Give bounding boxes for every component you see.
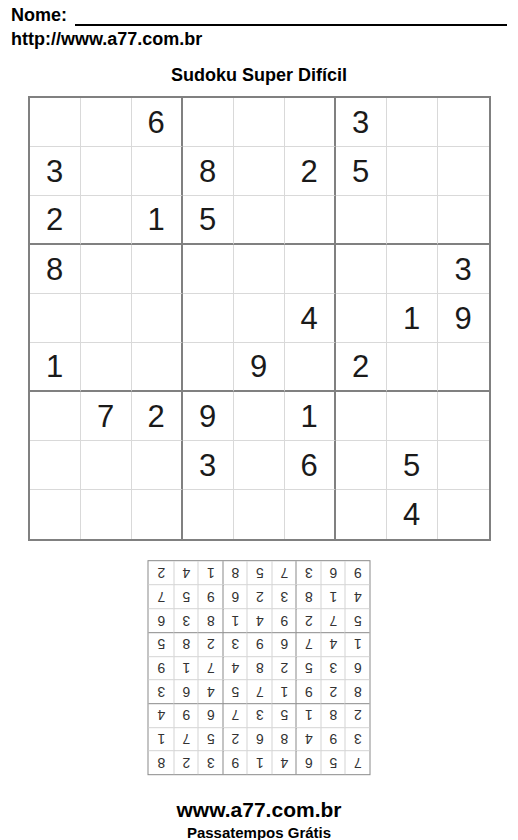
sudoku-cell-r8c9[interactable] bbox=[438, 441, 489, 490]
sudoku-cell-r4c9[interactable]: 3 bbox=[438, 245, 489, 294]
solution-cell-r8c6: 6 bbox=[222, 585, 247, 609]
sudoku-cell-r4c1[interactable]: 8 bbox=[30, 245, 81, 294]
sudoku-cell-r8c5[interactable] bbox=[234, 441, 285, 490]
solution-cell-r2c5: 6 bbox=[247, 727, 272, 751]
sudoku-cell-r3c9[interactable] bbox=[438, 196, 489, 245]
sudoku-cell-r2c5[interactable] bbox=[234, 147, 285, 196]
solution-cell-r5c7: 7 bbox=[198, 656, 223, 680]
solution-cell-r5c1: 6 bbox=[345, 656, 370, 680]
sudoku-cell-r9c4[interactable] bbox=[183, 490, 234, 539]
sudoku-cell-r4c8[interactable] bbox=[387, 245, 438, 294]
sudoku-cell-r8c1[interactable] bbox=[30, 441, 81, 490]
solution-cell-r2c1: 3 bbox=[345, 727, 370, 751]
solution-cell-r1c4: 4 bbox=[271, 751, 296, 775]
solution-cell-r4c3: 9 bbox=[296, 679, 321, 703]
sudoku-cell-r2c6[interactable]: 2 bbox=[285, 147, 336, 196]
solution-cell-r9c7: 1 bbox=[198, 561, 223, 585]
sudoku-cell-r9c9[interactable] bbox=[438, 490, 489, 539]
solution-cell-r6c1: 1 bbox=[345, 632, 370, 656]
solution-cell-r7c2: 7 bbox=[320, 608, 345, 632]
sudoku-cell-r5c4[interactable] bbox=[183, 294, 234, 343]
sudoku-cell-r6c4[interactable] bbox=[183, 343, 234, 392]
solution-cell-r5c2: 3 bbox=[320, 656, 345, 680]
solution-cell-r3c3: 1 bbox=[296, 703, 321, 727]
solution-cell-r7c3: 2 bbox=[296, 608, 321, 632]
solution-cell-r9c5: 5 bbox=[247, 561, 272, 585]
solution-cell-r1c1: 7 bbox=[345, 751, 370, 775]
sudoku-cell-r9c5[interactable] bbox=[234, 490, 285, 539]
sudoku-cell-r8c3[interactable] bbox=[132, 441, 183, 490]
sudoku-cell-r2c7[interactable]: 5 bbox=[336, 147, 387, 196]
sudoku-cell-r6c2[interactable] bbox=[81, 343, 132, 392]
site-url: http://www.a77.com.br bbox=[11, 29, 507, 50]
sudoku-cell-r9c7[interactable] bbox=[336, 490, 387, 539]
sudoku-cell-r4c2[interactable] bbox=[81, 245, 132, 294]
solution-cell-r1c3: 6 bbox=[296, 751, 321, 775]
sudoku-cell-r9c2[interactable] bbox=[81, 490, 132, 539]
solution-cell-r8c8: 5 bbox=[173, 585, 198, 609]
sudoku-cell-r5c5[interactable] bbox=[234, 294, 285, 343]
sudoku-cell-r7c8[interactable] bbox=[387, 392, 438, 441]
sudoku-cell-r8c8[interactable]: 5 bbox=[387, 441, 438, 490]
solution-cell-r5c9: 9 bbox=[149, 656, 174, 680]
solution-cell-r8c9: 7 bbox=[149, 585, 174, 609]
sudoku-cell-r3c5[interactable] bbox=[234, 196, 285, 245]
solution-cell-r6c6: 3 bbox=[222, 632, 247, 656]
sudoku-cell-r6c1[interactable]: 1 bbox=[30, 343, 81, 392]
solution-cell-r6c9: 5 bbox=[149, 632, 174, 656]
sudoku-cell-r4c4[interactable] bbox=[183, 245, 234, 294]
sudoku-cell-r7c6[interactable]: 1 bbox=[285, 392, 336, 441]
sudoku-cell-r1c6[interactable] bbox=[285, 98, 336, 147]
sudoku-cell-r1c7[interactable]: 3 bbox=[336, 98, 387, 147]
sudoku-grid: 6338252158341919272913654 bbox=[28, 96, 491, 541]
solution-cell-r9c8: 4 bbox=[173, 561, 198, 585]
solution-cell-r6c3: 7 bbox=[296, 632, 321, 656]
sudoku-cell-r5c9[interactable]: 9 bbox=[438, 294, 489, 343]
solution-cell-r7c5: 4 bbox=[247, 608, 272, 632]
sudoku-cell-r3c7[interactable] bbox=[336, 196, 387, 245]
sudoku-cell-r2c8[interactable] bbox=[387, 147, 438, 196]
sudoku-cell-r2c3[interactable] bbox=[132, 147, 183, 196]
footer-tagline: Passatempos Grátis bbox=[0, 824, 518, 840]
solution-cell-r6c8: 8 bbox=[173, 632, 198, 656]
solution-cell-r2c3: 4 bbox=[296, 727, 321, 751]
sudoku-cell-r6c5[interactable]: 9 bbox=[234, 343, 285, 392]
solution-cell-r9c4: 7 bbox=[271, 561, 296, 585]
sudoku-cell-r1c3[interactable]: 6 bbox=[132, 98, 183, 147]
sudoku-cell-r7c2[interactable]: 7 bbox=[81, 392, 132, 441]
solution-cell-r4c5: 7 bbox=[247, 679, 272, 703]
solution-cell-r2c7: 5 bbox=[198, 727, 223, 751]
solution-cell-r4c6: 5 bbox=[222, 679, 247, 703]
solution-cell-r5c6: 4 bbox=[222, 656, 247, 680]
sudoku-cell-r8c7[interactable] bbox=[336, 441, 387, 490]
sudoku-cell-r2c2[interactable] bbox=[81, 147, 132, 196]
solution-cell-r8c7: 9 bbox=[198, 585, 223, 609]
sudoku-cell-r5c7[interactable] bbox=[336, 294, 387, 343]
sudoku-cell-r1c1[interactable] bbox=[30, 98, 81, 147]
solution-cell-r9c1: 9 bbox=[345, 561, 370, 585]
sudoku-cell-r3c2[interactable] bbox=[81, 196, 132, 245]
solution-cell-r7c6: 1 bbox=[222, 608, 247, 632]
sudoku-cell-r6c8[interactable] bbox=[387, 343, 438, 392]
solution-cell-r6c7: 2 bbox=[198, 632, 223, 656]
solution-cell-r8c5: 2 bbox=[247, 585, 272, 609]
sudoku-cell-r2c4[interactable]: 8 bbox=[183, 147, 234, 196]
sudoku-cell-r7c1[interactable] bbox=[30, 392, 81, 441]
sudoku-print-page: Nome: http://www.a77.com.br Sudoku Super… bbox=[0, 0, 518, 840]
solution-cell-r3c8: 9 bbox=[173, 703, 198, 727]
solution-cell-r7c7: 8 bbox=[198, 608, 223, 632]
sudoku-cell-r3c4[interactable]: 5 bbox=[183, 196, 234, 245]
sudoku-cell-r6c7[interactable]: 2 bbox=[336, 343, 387, 392]
solution-cell-r2c6: 2 bbox=[222, 727, 247, 751]
solution-cell-r4c1: 8 bbox=[345, 679, 370, 703]
solution-cell-r9c9: 2 bbox=[149, 561, 174, 585]
solution-cell-r6c5: 9 bbox=[247, 632, 272, 656]
page-title: Sudoku Super Difícil bbox=[0, 65, 518, 86]
sudoku-cell-r7c9[interactable] bbox=[438, 392, 489, 441]
solution-cell-r3c4: 5 bbox=[271, 703, 296, 727]
sudoku-cell-r8c6[interactable]: 6 bbox=[285, 441, 336, 490]
sudoku-cell-r5c6[interactable]: 4 bbox=[285, 294, 336, 343]
solution-cell-r5c8: 1 bbox=[173, 656, 198, 680]
solution-cell-r1c2: 5 bbox=[320, 751, 345, 775]
sudoku-cell-r5c1[interactable] bbox=[30, 294, 81, 343]
sudoku-cell-r9c8[interactable]: 4 bbox=[387, 490, 438, 539]
solution-cell-r7c9: 6 bbox=[149, 608, 174, 632]
sudoku-cell-r2c1[interactable]: 3 bbox=[30, 147, 81, 196]
solution-cell-r5c3: 5 bbox=[296, 656, 321, 680]
solution-cell-r8c2: 1 bbox=[320, 585, 345, 609]
sudoku-cell-r4c6[interactable] bbox=[285, 245, 336, 294]
sudoku-cell-r4c3[interactable] bbox=[132, 245, 183, 294]
name-row: Nome: bbox=[11, 6, 507, 26]
solution-cell-r3c7: 6 bbox=[198, 703, 223, 727]
solution-cell-r2c9: 1 bbox=[149, 727, 174, 751]
solution-cell-r4c7: 4 bbox=[198, 679, 223, 703]
sudoku-cell-r6c6[interactable] bbox=[285, 343, 336, 392]
sudoku-cell-r3c6[interactable] bbox=[285, 196, 336, 245]
solution-cell-r6c4: 6 bbox=[271, 632, 296, 656]
solution-cell-r1c9: 8 bbox=[149, 751, 174, 775]
solution-cell-r9c2: 6 bbox=[320, 561, 345, 585]
solution-cell-r7c8: 3 bbox=[173, 608, 198, 632]
sudoku-cell-r3c1[interactable]: 2 bbox=[30, 196, 81, 245]
sudoku-cell-r9c1[interactable] bbox=[30, 490, 81, 539]
sudoku-cell-r7c5[interactable] bbox=[234, 392, 285, 441]
sudoku-cell-r9c6[interactable] bbox=[285, 490, 336, 539]
sudoku-cell-r6c9[interactable] bbox=[438, 343, 489, 392]
header: Nome: http://www.a77.com.br bbox=[0, 0, 518, 50]
sudoku-cell-r6c3[interactable] bbox=[132, 343, 183, 392]
solution-cell-r4c2: 2 bbox=[320, 679, 345, 703]
sudoku-cell-r3c8[interactable] bbox=[387, 196, 438, 245]
solution-cell-r8c1: 4 bbox=[345, 585, 370, 609]
sudoku-cell-r1c8[interactable] bbox=[387, 98, 438, 147]
solution-cell-r2c8: 7 bbox=[173, 727, 198, 751]
solution-cell-r4c4: 1 bbox=[271, 679, 296, 703]
solution-cell-r9c3: 3 bbox=[296, 561, 321, 585]
solution-cell-r3c5: 3 bbox=[247, 703, 272, 727]
solution-cell-r5c5: 8 bbox=[247, 656, 272, 680]
sudoku-cell-r4c7[interactable] bbox=[336, 245, 387, 294]
solution-cell-r1c7: 3 bbox=[198, 751, 223, 775]
solution-cell-r1c5: 1 bbox=[247, 751, 272, 775]
name-label: Nome: bbox=[11, 5, 67, 26]
solution-area: 7564193283948625712815376948291754636352… bbox=[0, 560, 518, 775]
sudoku-cell-r4c5[interactable] bbox=[234, 245, 285, 294]
sudoku-cell-r8c2[interactable] bbox=[81, 441, 132, 490]
solution-cell-r4c9: 3 bbox=[149, 679, 174, 703]
sudoku-cell-r7c3[interactable]: 2 bbox=[132, 392, 183, 441]
footer: www.a77.com.br Passatempos Grátis bbox=[0, 798, 518, 840]
sudoku-cell-r7c7[interactable] bbox=[336, 392, 387, 441]
sudoku-cell-r5c8[interactable]: 1 bbox=[387, 294, 438, 343]
solution-grid-rotated: 7564193283948625712815376948291754636352… bbox=[148, 560, 371, 775]
sudoku-cell-r1c5[interactable] bbox=[234, 98, 285, 147]
solution-cell-r3c9: 4 bbox=[149, 703, 174, 727]
solution-cell-r6c2: 4 bbox=[320, 632, 345, 656]
solution-cell-r3c1: 2 bbox=[345, 703, 370, 727]
solution-cell-r8c3: 8 bbox=[296, 585, 321, 609]
sudoku-cell-r9c3[interactable] bbox=[132, 490, 183, 539]
solution-cell-r8c4: 3 bbox=[271, 585, 296, 609]
solution-cell-r3c2: 8 bbox=[320, 703, 345, 727]
sudoku-cell-r7c4[interactable]: 9 bbox=[183, 392, 234, 441]
solution-cell-r4c8: 6 bbox=[173, 679, 198, 703]
solution-cell-r1c6: 9 bbox=[222, 751, 247, 775]
solution-cell-r2c4: 8 bbox=[271, 727, 296, 751]
sudoku-cell-r1c2[interactable] bbox=[81, 98, 132, 147]
sudoku-cell-r8c4[interactable]: 3 bbox=[183, 441, 234, 490]
solution-cell-r9c6: 8 bbox=[222, 561, 247, 585]
sudoku-cell-r1c9[interactable] bbox=[438, 98, 489, 147]
solution-cell-r5c4: 2 bbox=[271, 656, 296, 680]
solution-cell-r7c4: 9 bbox=[271, 608, 296, 632]
sudoku-cell-r5c3[interactable] bbox=[132, 294, 183, 343]
sudoku-cell-r5c2[interactable] bbox=[81, 294, 132, 343]
sudoku-cell-r3c3[interactable]: 1 bbox=[132, 196, 183, 245]
sudoku-cell-r1c4[interactable] bbox=[183, 98, 234, 147]
solution-cell-r7c1: 5 bbox=[345, 608, 370, 632]
name-fill-line bbox=[75, 8, 507, 26]
sudoku-cell-r2c9[interactable] bbox=[438, 147, 489, 196]
solution-cell-r3c6: 7 bbox=[222, 703, 247, 727]
solution-cell-r1c8: 2 bbox=[173, 751, 198, 775]
solution-cell-r2c2: 9 bbox=[320, 727, 345, 751]
footer-site: www.a77.com.br bbox=[0, 798, 518, 822]
